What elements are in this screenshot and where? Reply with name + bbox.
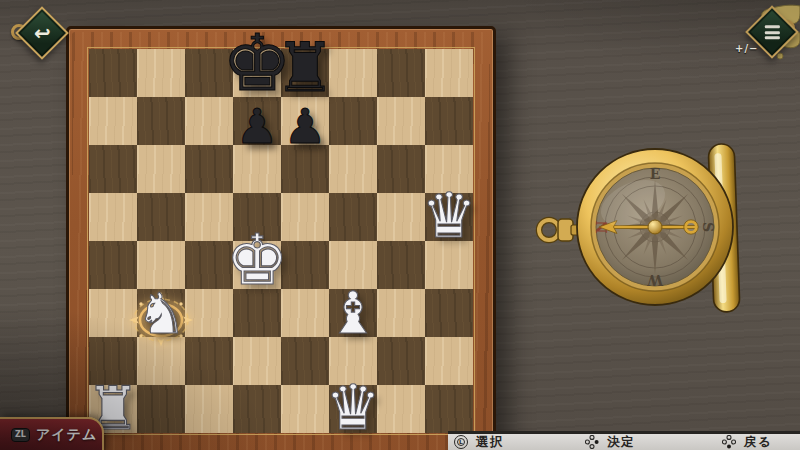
white-queen-glyph: ♛ [325, 379, 381, 436]
white-bishop-glyph: ♝ [327, 287, 379, 340]
chess-board: ♚♜♟♟♛♚ ♞♝♜♛ [66, 26, 496, 450]
white-queen-glyph: ♛ [421, 187, 477, 244]
game-screen: ♚♜♟♟♛♚ ♞♝♜♛ ↩ +/− [0, 0, 800, 450]
black-pawn[interactable]: ♟ [281, 97, 329, 145]
white-knight-glyph: ♞ [136, 288, 186, 340]
control-hints: L選択決定戻る [448, 434, 800, 450]
undo-arrow-icon: ↩ [34, 23, 51, 43]
black-pawn[interactable]: ♟ [233, 97, 281, 145]
compass-letter-west: W [647, 272, 664, 288]
hint-back: 戻る [722, 435, 772, 449]
black-pawn-glyph: ♟ [283, 104, 326, 148]
white-queen[interactable]: ♛ [425, 193, 473, 241]
hint-confirm-label: 決定 [607, 436, 635, 449]
compass-letter-south: S [700, 222, 716, 232]
white-king-glyph: ♚ [226, 228, 289, 292]
white-bishop[interactable]: ♝ [329, 289, 377, 337]
plus-minus-button-label: +/− [735, 43, 758, 54]
black-rook-glyph: ♜ [275, 37, 336, 100]
compass-letter-east: E [650, 166, 661, 182]
stick-l-icon: L [454, 435, 468, 449]
compass-pendant [539, 219, 580, 241]
black-rook[interactable]: ♜ [281, 49, 329, 97]
hint-select: L選択 [454, 435, 504, 449]
board-playing-area: ♚♜♟♟♛♚ ♞♝♜♛ [89, 49, 473, 433]
black-pawn-glyph: ♟ [235, 104, 278, 148]
control-bar: L選択決定戻る [448, 431, 800, 450]
white-king[interactable]: ♚ [233, 241, 281, 289]
white-queen[interactable]: ♛ [329, 385, 377, 433]
button-a-icon [585, 435, 599, 449]
item-button[interactable]: ZL アイテム [0, 417, 104, 450]
hint-back-label: 戻る [744, 436, 772, 449]
hint-confirm: 決定 [585, 435, 635, 449]
button-b-icon [722, 435, 736, 449]
item-button-label: アイテム [36, 426, 97, 444]
compass: E S W N [533, 127, 765, 333]
hint-select-label: 選択 [476, 436, 504, 449]
white-knight[interactable]: ♞ [137, 289, 185, 337]
undo-button[interactable]: ↩ [15, 6, 69, 60]
pieces-layer: ♚♜♟♟♛♚ ♞♝♜♛ [89, 49, 473, 433]
zl-button-icon: ZL [11, 428, 30, 442]
menu-icon [765, 25, 780, 39]
